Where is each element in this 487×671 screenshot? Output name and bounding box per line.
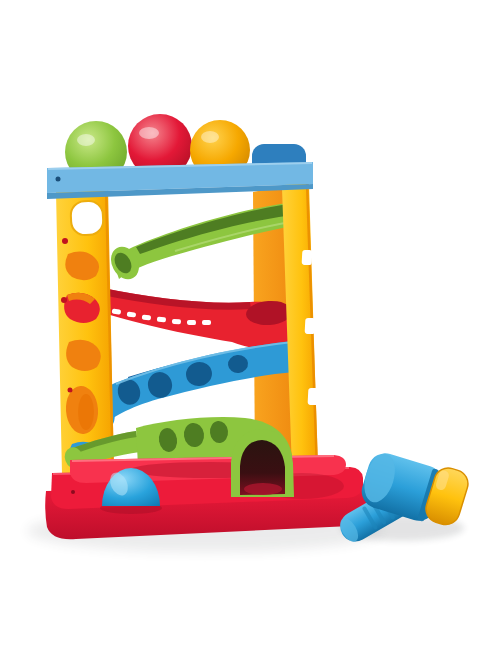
- red-ramp-slot: [142, 315, 151, 321]
- red-ramp-slot: [157, 317, 166, 323]
- pillar-notch: [305, 318, 316, 335]
- product-photo: [0, 0, 487, 671]
- pillar-rivet: [61, 297, 67, 303]
- red-base: [45, 455, 372, 539]
- pillar-cutout-oval-shade: [78, 394, 94, 430]
- pillar-rivet: [62, 238, 68, 244]
- grip-handle-hole: [70, 200, 104, 236]
- red-ramp-slot: [172, 319, 181, 324]
- red-ramp-slot: [202, 320, 211, 325]
- green-ball-specular: [77, 134, 95, 146]
- pillar-notch: [302, 250, 313, 266]
- red-ramp-slot: [187, 320, 196, 325]
- pillar-notch: [308, 388, 319, 406]
- base-corner-hole: [71, 490, 75, 494]
- top-rail-screw: [56, 177, 61, 182]
- left-pillar: [56, 183, 114, 481]
- pillar-rivet: [68, 388, 73, 393]
- orange-ball-specular: [201, 131, 219, 143]
- arch-floor: [244, 483, 282, 495]
- red-ball-specular: [139, 127, 159, 139]
